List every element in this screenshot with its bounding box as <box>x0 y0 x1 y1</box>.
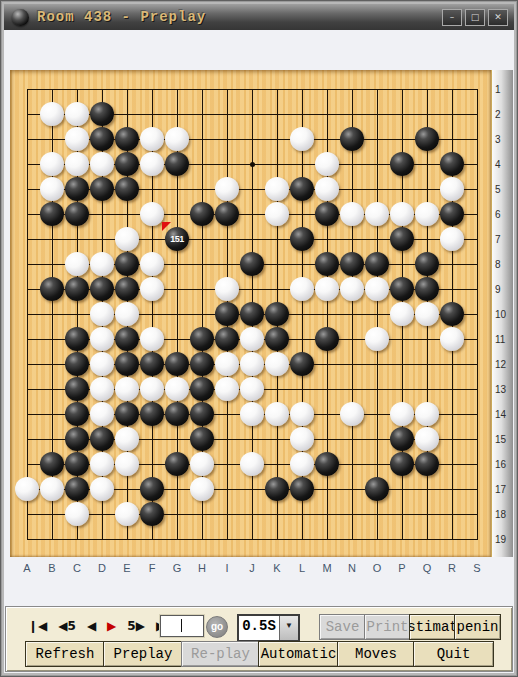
stone-E15 <box>115 427 139 451</box>
stone-H14 <box>190 402 214 426</box>
stone-E8 <box>115 252 139 276</box>
row-label-15: 15 <box>495 434 506 445</box>
stone-L14 <box>290 402 314 426</box>
stone-J14 <box>240 402 264 426</box>
row-label-13: 13 <box>495 384 506 395</box>
stone-E7 <box>115 227 139 251</box>
stone-F11 <box>140 327 164 351</box>
stone-O11 <box>365 327 389 351</box>
stone-F12 <box>140 352 164 376</box>
stone-D3 <box>90 127 114 151</box>
stone-H13 <box>190 377 214 401</box>
stone-D14 <box>90 402 114 426</box>
stone-M11 <box>315 327 339 351</box>
stone-L16 <box>290 452 314 476</box>
col-label-O: O <box>373 562 382 574</box>
stone-G16 <box>165 452 189 476</box>
stone-P15 <box>390 427 414 451</box>
col-label-C: C <box>73 562 81 574</box>
stone-C2 <box>65 102 89 126</box>
move-number-input[interactable] <box>160 615 204 637</box>
stone-P6 <box>390 202 414 226</box>
stone-C6 <box>65 202 89 226</box>
col-label-P: P <box>398 562 405 574</box>
stone-H6 <box>190 202 214 226</box>
stone-M16 <box>315 452 339 476</box>
row-label-19: 19 <box>495 534 506 545</box>
stone-O9 <box>365 277 389 301</box>
stone-C4 <box>65 152 89 176</box>
stone-L7 <box>290 227 314 251</box>
stone-Q16 <box>415 452 439 476</box>
star-point <box>250 162 255 167</box>
chevron-down-icon[interactable]: ▼ <box>279 616 298 640</box>
stone-G4 <box>165 152 189 176</box>
row-label-8: 8 <box>495 259 501 270</box>
nav-fwd5-button[interactable]: 5▶ <box>127 619 145 633</box>
save-button: Save <box>319 614 366 640</box>
col-label-J: J <box>249 562 255 574</box>
col-label-D: D <box>98 562 106 574</box>
stone-B2 <box>40 102 64 126</box>
stone-J13 <box>240 377 264 401</box>
stone-J16 <box>240 452 264 476</box>
stone-G7: 151 <box>165 227 189 251</box>
stone-R6 <box>440 202 464 226</box>
stone-Q6 <box>415 202 439 226</box>
stone-H11 <box>190 327 214 351</box>
go-button[interactable]: go <box>206 616 228 638</box>
stone-R7 <box>440 227 464 251</box>
col-label-B: B <box>48 562 55 574</box>
stone-E12 <box>115 352 139 376</box>
stone-I6 <box>215 202 239 226</box>
stone-G13 <box>165 377 189 401</box>
stone-Q10 <box>415 302 439 326</box>
stone-D10 <box>90 302 114 326</box>
stone-I10 <box>215 302 239 326</box>
row-label-17: 17 <box>495 484 506 495</box>
stone-G12 <box>165 352 189 376</box>
stone-G14 <box>165 402 189 426</box>
stone-L9 <box>290 277 314 301</box>
minimize-button[interactable]: – <box>442 9 462 26</box>
stone-F14 <box>140 402 164 426</box>
stone-Q14 <box>415 402 439 426</box>
window-controls: – □ ✕ <box>442 9 508 26</box>
col-label-I: I <box>225 562 228 574</box>
row-label-strip: 12345678910111213141516171819 <box>491 70 513 557</box>
stone-E10 <box>115 302 139 326</box>
stone-E16 <box>115 452 139 476</box>
stone-K14 <box>265 402 289 426</box>
row-label-3: 3 <box>495 134 501 145</box>
stone-D16 <box>90 452 114 476</box>
stone-L17 <box>290 477 314 501</box>
penin-button[interactable]: penin <box>454 614 501 640</box>
col-label-S: S <box>473 562 480 574</box>
stone-N9 <box>340 277 364 301</box>
stone-E3 <box>115 127 139 151</box>
stone-J11 <box>240 327 264 351</box>
stone-B6 <box>40 202 64 226</box>
stone-L3 <box>290 127 314 151</box>
stone-F13 <box>140 377 164 401</box>
stone-J8 <box>240 252 264 276</box>
stone-E11 <box>115 327 139 351</box>
stone-L12 <box>290 352 314 376</box>
stone-F6 <box>140 202 164 226</box>
stone-M5 <box>315 177 339 201</box>
stone-I11 <box>215 327 239 351</box>
stone-M9 <box>315 277 339 301</box>
stone-K5 <box>265 177 289 201</box>
row-label-4: 4 <box>495 159 501 170</box>
stone-L5 <box>290 177 314 201</box>
stone-H16 <box>190 452 214 476</box>
stone-D9 <box>90 277 114 301</box>
speed-select[interactable]: 0.5S ▼ <box>237 614 300 642</box>
move-number-label: 151 <box>165 227 189 251</box>
stone-P7 <box>390 227 414 251</box>
go-board[interactable]: 151 <box>10 70 491 557</box>
stone-B5 <box>40 177 64 201</box>
stone-K11 <box>265 327 289 351</box>
nav-back5-button[interactable]: ◀5 <box>58 619 76 633</box>
stone-H12 <box>190 352 214 376</box>
stone-D17 <box>90 477 114 501</box>
col-label-K: K <box>273 562 280 574</box>
title-bar[interactable]: Room 438 - Preplay – □ ✕ <box>4 4 514 31</box>
stone-D2 <box>90 102 114 126</box>
quit-button[interactable]: Quit <box>413 641 494 667</box>
stone-M8 <box>315 252 339 276</box>
stone-F18 <box>140 502 164 526</box>
nav-first-button[interactable]: ❙◀ <box>28 619 47 633</box>
stone-K10 <box>265 302 289 326</box>
col-label-M: M <box>322 562 331 574</box>
stone-C17 <box>65 477 89 501</box>
stone-Q9 <box>415 277 439 301</box>
stone-P4 <box>390 152 414 176</box>
stone-I13 <box>215 377 239 401</box>
stone-O17 <box>365 477 389 501</box>
stone-C18 <box>65 502 89 526</box>
stone-D12 <box>90 352 114 376</box>
stone-A17 <box>15 477 39 501</box>
row-label-16: 16 <box>495 459 506 470</box>
col-label-G: G <box>173 562 182 574</box>
stone-F8 <box>140 252 164 276</box>
stone-J10 <box>240 302 264 326</box>
stone-J12 <box>240 352 264 376</box>
col-label-L: L <box>299 562 305 574</box>
stone-I5 <box>215 177 239 201</box>
speed-value: 0.5S <box>239 616 279 640</box>
stone-F9 <box>140 277 164 301</box>
automatic-button[interactable]: Automatic <box>258 641 339 667</box>
stone-G3 <box>165 127 189 151</box>
stone-D5 <box>90 177 114 201</box>
stone-D11 <box>90 327 114 351</box>
stone-R11 <box>440 327 464 351</box>
stone-P9 <box>390 277 414 301</box>
stone-Q3 <box>415 127 439 151</box>
re-play-button: Re-play <box>181 641 260 667</box>
stone-D15 <box>90 427 114 451</box>
print-button: Print <box>364 614 411 640</box>
row-label-7: 7 <box>495 234 501 245</box>
stone-C15 <box>65 427 89 451</box>
window-title: Room 438 - Preplay <box>37 9 206 25</box>
row-label-6: 6 <box>495 209 501 220</box>
stone-C8 <box>65 252 89 276</box>
replay-nav: ❙◀◀5◀▶5▶▶❙ <box>28 619 175 633</box>
row-label-10: 10 <box>495 309 506 320</box>
app-icon-go-stone <box>12 9 29 26</box>
col-label-E: E <box>123 562 130 574</box>
stone-N14 <box>340 402 364 426</box>
stone-C11 <box>65 327 89 351</box>
stone-K6 <box>265 202 289 226</box>
stone-N3 <box>340 127 364 151</box>
stone-K12 <box>265 352 289 376</box>
col-label-N: N <box>348 562 356 574</box>
stone-C16 <box>65 452 89 476</box>
moves-button[interactable]: Moves <box>337 641 415 667</box>
stone-N8 <box>340 252 364 276</box>
stone-C9 <box>65 277 89 301</box>
stone-C13 <box>65 377 89 401</box>
stone-F3 <box>140 127 164 151</box>
stone-R10 <box>440 302 464 326</box>
maximize-button[interactable]: □ <box>465 9 485 26</box>
stone-D8 <box>90 252 114 276</box>
stone-Q15 <box>415 427 439 451</box>
stone-I12 <box>215 352 239 376</box>
row-label-11: 11 <box>495 334 505 345</box>
stone-E14 <box>115 402 139 426</box>
stone-B9 <box>40 277 64 301</box>
stone-M6 <box>315 202 339 226</box>
stone-R5 <box>440 177 464 201</box>
stone-N6 <box>340 202 364 226</box>
stone-D4 <box>90 152 114 176</box>
stone-O8 <box>365 252 389 276</box>
stone-H17 <box>190 477 214 501</box>
row-label-1: 1 <box>495 84 501 95</box>
stimat-button[interactable]: stimat <box>409 614 456 640</box>
stone-H15 <box>190 427 214 451</box>
stone-B4 <box>40 152 64 176</box>
client-area: 151 12345678910111213141516171819 ABCDEF… <box>4 30 514 673</box>
stone-Q8 <box>415 252 439 276</box>
nav-play-button[interactable]: ▶ <box>107 619 116 633</box>
col-label-R: R <box>448 562 456 574</box>
stone-I9 <box>215 277 239 301</box>
stone-L15 <box>290 427 314 451</box>
row-label-5: 5 <box>495 184 501 195</box>
stone-E9 <box>115 277 139 301</box>
stone-K17 <box>265 477 289 501</box>
row-label-9: 9 <box>495 284 501 295</box>
stone-B16 <box>40 452 64 476</box>
control-panel: ❙◀◀5◀▶5▶▶❙ go 0.5S ▼ SavePrintstimatpeni… <box>6 607 512 671</box>
stone-P16 <box>390 452 414 476</box>
refresh-button[interactable]: Refresh <box>25 641 105 667</box>
stone-B17 <box>40 477 64 501</box>
stone-C14 <box>65 402 89 426</box>
app-window: Room 438 - Preplay – □ ✕ 151 12345678910… <box>0 0 518 677</box>
preplay-button[interactable]: Preplay <box>103 641 183 667</box>
col-label-A: A <box>23 562 30 574</box>
col-label-H: H <box>198 562 206 574</box>
stone-C5 <box>65 177 89 201</box>
nav-back-button[interactable]: ◀ <box>87 619 96 633</box>
col-label-F: F <box>149 562 156 574</box>
stone-P14 <box>390 402 414 426</box>
stone-E4 <box>115 152 139 176</box>
col-label-Q: Q <box>423 562 432 574</box>
row-label-18: 18 <box>495 509 506 520</box>
stone-O6 <box>365 202 389 226</box>
stone-M4 <box>315 152 339 176</box>
stone-R4 <box>440 152 464 176</box>
stone-D13 <box>90 377 114 401</box>
text-caret <box>181 619 182 632</box>
close-button[interactable]: ✕ <box>488 9 508 26</box>
stone-F4 <box>140 152 164 176</box>
stone-C3 <box>65 127 89 151</box>
stone-E18 <box>115 502 139 526</box>
row-label-12: 12 <box>495 359 506 370</box>
stone-E13 <box>115 377 139 401</box>
stone-E5 <box>115 177 139 201</box>
row-label-14: 14 <box>495 409 506 420</box>
stone-C12 <box>65 352 89 376</box>
stone-F17 <box>140 477 164 501</box>
row-label-2: 2 <box>495 109 501 120</box>
stone-P10 <box>390 302 414 326</box>
